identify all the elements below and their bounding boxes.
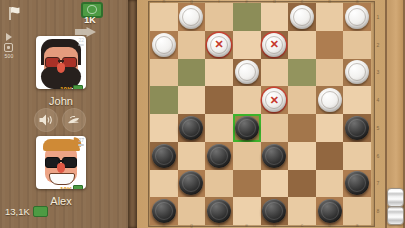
speaker-icon [39,114,53,126]
square-a1[interactable] [343,3,371,31]
white-piece-marked[interactable]: ✕ [262,33,286,57]
black-piece[interactable] [179,171,203,195]
black-piece[interactable] [345,116,369,140]
white-piece[interactable] [152,33,176,57]
square-e6[interactable] [233,142,261,170]
file-label: g [187,222,195,228]
square-f4[interactable] [205,86,233,114]
black-piece[interactable] [207,144,231,168]
square-f5[interactable] [205,114,233,142]
square-d5[interactable] [261,114,289,142]
square-h7[interactable] [150,170,178,198]
file-label: h [160,222,168,228]
square-d6[interactable] [261,142,289,170]
white-piece-marked[interactable]: ✕ [207,33,231,57]
pot-amount: 1K [74,15,106,25]
square-e7[interactable] [233,170,261,198]
captured-black-tray [128,0,137,228]
square-e3[interactable] [233,59,261,87]
avatar-hair [43,139,80,151]
square-a4[interactable] [343,86,371,114]
file-label: h [160,0,168,4]
square-d7[interactable] [261,170,289,198]
file-label: d [270,222,278,228]
file-label: f [215,0,223,4]
timer-bar [78,144,84,146]
capture-x-mark: ✕ [262,33,286,57]
white-piece[interactable] [235,60,259,84]
file-label: e [243,0,251,4]
captured-white-piece [387,206,404,225]
square-c4[interactable] [288,86,316,114]
white-piece[interactable] [290,5,314,29]
rank-label: 1 [373,14,383,20]
square-c3[interactable] [288,59,316,87]
file-label: b [326,0,334,4]
file-label: c [298,222,306,228]
square-a3[interactable] [343,59,371,87]
file-label: g [187,0,195,4]
file-label: a [353,0,361,4]
rank-label: 5 [373,125,383,131]
square-b2[interactable] [316,31,344,59]
square-c5[interactable] [288,114,316,142]
square-c7[interactable] [288,170,316,198]
square-f2[interactable]: ✕ [205,31,233,59]
square-e1[interactable] [233,3,261,31]
square-b6[interactable] [316,142,344,170]
square-b3[interactable] [316,59,344,87]
black-piece[interactable] [318,199,342,223]
square-d1[interactable] [261,3,289,31]
square-b4[interactable] [316,86,344,114]
captured-white-tray [385,0,405,228]
square-g8[interactable] [178,197,206,225]
square-a5[interactable] [343,114,371,142]
checkers-board[interactable]: ✕✕✕ [150,3,371,225]
square-b1[interactable] [316,3,344,31]
file-label: d [270,0,278,4]
play-icon[interactable] [6,33,12,41]
square-f3[interactable] [205,59,233,87]
square-f6[interactable] [205,142,233,170]
white-piece[interactable] [179,5,203,29]
avatar-smile [49,173,75,185]
square-d2[interactable]: ✕ [261,31,289,59]
white-piece[interactable] [318,88,342,112]
square-g3[interactable] [178,59,206,87]
white-piece[interactable] [345,5,369,29]
square-a2[interactable] [343,31,371,59]
flag-cloth [11,7,20,13]
timer-bar [78,44,84,46]
rank-label: 6 [373,153,383,159]
rank-label: 8 [373,208,383,214]
square-b5[interactable] [316,114,344,142]
player-avatar-john[interactable]: 22 10K [36,36,86,89]
square-g6[interactable] [178,142,206,170]
sound-button[interactable] [34,108,58,132]
square-h4[interactable] [150,86,178,114]
square-f7[interactable] [205,170,233,198]
square-a6[interactable] [343,142,371,170]
square-g4[interactable] [178,86,206,114]
black-piece[interactable] [345,171,369,195]
capture-x-mark: ✕ [207,33,231,57]
stop-icon[interactable] [4,43,13,52]
square-d8[interactable] [261,197,289,225]
square-h2[interactable] [150,31,178,59]
file-label: f [215,222,223,228]
file-label: a [353,222,361,228]
white-piece[interactable] [345,60,369,84]
capture-x-mark: ✕ [262,88,286,112]
square-e5[interactable] [233,114,261,142]
resign-flag-button[interactable] [6,5,23,22]
square-d3[interactable] [261,59,289,87]
square-g2[interactable] [178,31,206,59]
file-label: b [326,222,334,228]
square-c2[interactable] [288,31,316,59]
timer-john: 22 [78,38,84,46]
money-bill-icon [73,85,83,89]
square-c1[interactable] [288,3,316,31]
square-f1[interactable] [205,3,233,31]
wallet-total: 13,1K [5,206,48,217]
balance-john: 10K [60,85,83,89]
square-a7[interactable] [343,170,371,198]
square-h8[interactable] [150,197,178,225]
black-piece[interactable] [152,199,176,223]
square-e8[interactable] [233,197,261,225]
square-h6[interactable] [150,142,178,170]
square-g5[interactable] [178,114,206,142]
board-frame: ✕✕✕ 12345678hhggffeeddccbbaa [137,0,385,228]
square-b8[interactable] [316,197,344,225]
rank-label: 3 [373,69,383,75]
square-b7[interactable] [316,170,344,198]
avatar-nose [57,163,65,173]
square-c8[interactable] [288,197,316,225]
black-piece[interactable] [262,144,286,168]
stake-amount: 500 [0,53,18,59]
black-piece-selected[interactable] [235,116,259,140]
player-name-john: John [36,95,86,107]
file-label: e [243,222,251,228]
square-h3[interactable] [150,59,178,87]
square-g7[interactable] [178,170,206,198]
rank-label: 4 [373,97,383,103]
square-e2[interactable] [233,31,261,59]
file-label: c [298,0,306,4]
black-piece[interactable] [262,199,286,223]
square-a8[interactable] [343,197,371,225]
black-piece[interactable] [207,199,231,223]
checkers-game-screen: ✕✕✕ 12345678hhggffeeddccbbaa 1K 500 22 1… [0,0,405,228]
money-bill-icon [33,206,48,217]
square-g1[interactable] [178,3,206,31]
black-piece[interactable] [179,116,203,140]
timer-alex: 27 [78,138,84,146]
square-h1[interactable] [150,3,178,31]
captured-white-piece [387,188,404,207]
rank-label: 2 [373,42,383,48]
white-piece-marked[interactable]: ✕ [262,88,286,112]
black-piece[interactable] [152,144,176,168]
gesture-button[interactable] [62,108,86,132]
rank-label: 7 [373,180,383,186]
square-d4[interactable]: ✕ [261,86,289,114]
square-e4[interactable] [233,86,261,114]
player-avatar-alex[interactable]: 27 10K [36,136,86,189]
avatar-nose [57,63,65,73]
balance-alex: 10K [60,185,83,189]
hand-icon [67,114,81,126]
square-c6[interactable] [288,142,316,170]
money-bill-icon [73,185,83,189]
square-f8[interactable] [205,197,233,225]
square-h5[interactable] [150,114,178,142]
